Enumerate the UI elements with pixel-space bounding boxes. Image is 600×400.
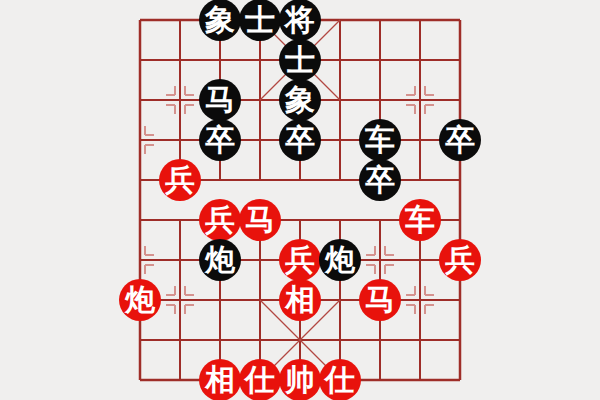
piece-black-pawn[interactable]: 卒 [199, 119, 241, 161]
piece-red-elephant[interactable]: 相 [199, 359, 241, 400]
piece-red-king[interactable]: 帅 [279, 359, 321, 400]
piece-red-elephant[interactable]: 相 [279, 279, 321, 321]
piece-black-advisor[interactable]: 士 [279, 39, 321, 81]
piece-black-pawn[interactable]: 卒 [359, 159, 401, 201]
piece-red-horse[interactable]: 马 [239, 199, 281, 241]
piece-red-horse[interactable]: 马 [359, 279, 401, 321]
piece-black-pawn[interactable]: 卒 [279, 119, 321, 161]
piece-layer: 象士将士马象卒卒车卒兵卒兵马车炮兵炮兵炮相马相仕帅仕 [120, 0, 480, 400]
piece-red-pawn[interactable]: 兵 [439, 239, 481, 281]
piece-red-pawn[interactable]: 兵 [199, 199, 241, 241]
piece-red-advisor[interactable]: 仕 [239, 359, 281, 400]
piece-black-pawn[interactable]: 卒 [439, 119, 481, 161]
piece-black-cannon[interactable]: 炮 [199, 239, 241, 281]
piece-black-elephant[interactable]: 象 [279, 79, 321, 121]
piece-black-elephant[interactable]: 象 [199, 0, 241, 41]
piece-black-advisor[interactable]: 士 [239, 0, 281, 41]
piece-red-chariot[interactable]: 车 [399, 199, 441, 241]
xiangqi-game-screen: 象士将士马象卒卒车卒兵卒兵马车炮兵炮兵炮相马相仕帅仕 [0, 0, 600, 400]
piece-red-pawn[interactable]: 兵 [279, 239, 321, 281]
piece-red-advisor[interactable]: 仕 [319, 359, 361, 400]
piece-red-pawn[interactable]: 兵 [159, 159, 201, 201]
piece-black-chariot[interactable]: 车 [359, 119, 401, 161]
piece-black-horse[interactable]: 马 [199, 79, 241, 121]
piece-black-cannon[interactable]: 炮 [319, 239, 361, 281]
piece-red-cannon[interactable]: 炮 [119, 279, 161, 321]
piece-black-king[interactable]: 将 [279, 0, 321, 41]
